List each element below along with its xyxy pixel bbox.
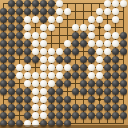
black-stone[interactable] <box>40 16 47 23</box>
black-stone[interactable] <box>72 32 79 39</box>
white-stone[interactable] <box>40 64 47 71</box>
white-stone[interactable] <box>112 16 119 23</box>
black-stone[interactable] <box>40 8 47 15</box>
black-stone[interactable] <box>72 40 79 47</box>
black-stone[interactable] <box>72 104 79 111</box>
black-stone[interactable] <box>80 104 87 111</box>
white-stone[interactable] <box>104 8 111 15</box>
black-stone[interactable] <box>40 0 47 7</box>
white-stone[interactable] <box>48 72 55 79</box>
black-stone[interactable] <box>88 56 95 63</box>
black-stone[interactable] <box>112 104 119 111</box>
black-stone[interactable] <box>88 112 95 119</box>
black-stone[interactable] <box>96 104 103 111</box>
black-stone[interactable] <box>80 80 87 87</box>
black-stone[interactable] <box>8 80 15 87</box>
black-stone[interactable] <box>104 56 111 63</box>
black-stone[interactable] <box>0 112 7 119</box>
black-stone[interactable] <box>104 80 111 87</box>
white-stone[interactable] <box>32 80 39 87</box>
white-stone[interactable] <box>16 72 23 79</box>
black-stone[interactable] <box>48 104 55 111</box>
black-stone[interactable] <box>104 64 111 71</box>
black-stone[interactable] <box>24 104 31 111</box>
black-stone[interactable] <box>64 72 71 79</box>
black-stone[interactable] <box>8 40 15 47</box>
black-stone[interactable] <box>16 48 23 55</box>
black-stone[interactable] <box>16 32 23 39</box>
star-point <box>98 98 101 101</box>
black-stone[interactable] <box>56 112 63 119</box>
black-stone[interactable] <box>24 40 31 47</box>
black-stone[interactable] <box>80 40 87 47</box>
white-stone[interactable] <box>56 72 63 79</box>
white-stone[interactable] <box>40 24 47 31</box>
white-stone[interactable] <box>72 24 79 31</box>
black-stone[interactable] <box>32 0 39 7</box>
white-stone[interactable] <box>32 112 39 119</box>
black-stone[interactable] <box>120 112 127 119</box>
black-stone[interactable] <box>0 40 7 47</box>
black-stone[interactable] <box>0 48 7 55</box>
black-stone[interactable] <box>24 48 31 55</box>
white-stone[interactable] <box>24 32 31 39</box>
black-stone[interactable] <box>64 48 71 55</box>
black-stone[interactable] <box>56 56 63 63</box>
black-stone[interactable] <box>96 80 103 87</box>
black-stone[interactable] <box>64 80 71 87</box>
black-stone[interactable] <box>24 112 31 119</box>
black-stone[interactable] <box>112 96 119 103</box>
white-stone[interactable] <box>96 8 103 15</box>
white-stone[interactable] <box>24 64 31 71</box>
white-stone[interactable] <box>56 0 63 7</box>
black-stone[interactable] <box>0 72 7 79</box>
white-stone[interactable] <box>32 104 39 111</box>
black-stone[interactable] <box>120 32 127 39</box>
white-stone[interactable] <box>40 56 47 63</box>
black-stone[interactable] <box>64 104 71 111</box>
black-stone[interactable] <box>8 56 15 63</box>
black-stone[interactable] <box>112 80 119 87</box>
white-stone[interactable] <box>40 112 47 119</box>
black-stone[interactable] <box>72 64 79 71</box>
black-stone[interactable] <box>48 112 55 119</box>
black-stone[interactable] <box>80 72 87 79</box>
black-stone[interactable] <box>56 88 63 95</box>
black-stone[interactable] <box>80 32 87 39</box>
black-stone[interactable] <box>0 24 7 31</box>
black-stone[interactable] <box>48 0 55 7</box>
white-stone[interactable] <box>40 104 47 111</box>
black-stone[interactable] <box>16 8 23 15</box>
white-stone[interactable] <box>88 24 95 31</box>
black-stone[interactable] <box>8 96 15 103</box>
white-stone[interactable] <box>64 8 71 15</box>
white-stone[interactable] <box>32 96 39 103</box>
black-stone[interactable] <box>8 32 15 39</box>
black-stone[interactable] <box>8 8 15 15</box>
white-stone[interactable] <box>112 0 119 7</box>
black-stone[interactable] <box>88 96 95 103</box>
white-stone[interactable] <box>40 48 47 55</box>
black-stone[interactable] <box>0 56 7 63</box>
black-stone[interactable] <box>56 96 63 103</box>
black-stone[interactable] <box>0 8 7 15</box>
white-stone[interactable] <box>80 24 87 31</box>
black-stone[interactable] <box>8 120 15 127</box>
white-stone[interactable] <box>88 72 95 79</box>
white-stone[interactable] <box>56 16 63 23</box>
white-stone[interactable] <box>88 32 95 39</box>
white-stone[interactable] <box>64 64 71 71</box>
black-stone[interactable] <box>104 88 111 95</box>
black-stone[interactable] <box>64 56 71 63</box>
black-stone[interactable] <box>72 48 79 55</box>
black-stone[interactable] <box>88 80 95 87</box>
white-stone[interactable] <box>40 88 47 95</box>
white-stone[interactable] <box>96 40 103 47</box>
black-stone[interactable] <box>0 120 7 127</box>
white-stone[interactable] <box>48 24 55 31</box>
go-board[interactable] <box>0 0 128 128</box>
white-stone[interactable] <box>96 48 103 55</box>
black-stone[interactable] <box>104 104 111 111</box>
black-stone[interactable] <box>24 8 31 15</box>
white-stone[interactable] <box>48 16 55 23</box>
white-stone[interactable] <box>48 64 55 71</box>
black-stone[interactable] <box>112 88 119 95</box>
black-stone[interactable] <box>96 112 103 119</box>
black-stone[interactable] <box>8 88 15 95</box>
white-stone[interactable] <box>40 40 47 47</box>
black-stone[interactable] <box>120 72 127 79</box>
black-stone[interactable] <box>112 64 119 71</box>
white-stone[interactable] <box>96 16 103 23</box>
black-stone[interactable] <box>24 0 31 7</box>
black-stone[interactable] <box>16 88 23 95</box>
white-stone[interactable] <box>104 40 111 47</box>
black-stone[interactable] <box>120 80 127 87</box>
white-stone[interactable] <box>120 0 127 7</box>
white-stone[interactable] <box>112 32 119 39</box>
black-stone[interactable] <box>48 8 55 15</box>
black-stone[interactable] <box>16 120 23 127</box>
black-stone[interactable] <box>8 112 15 119</box>
black-stone[interactable] <box>72 72 79 79</box>
white-stone[interactable] <box>64 40 71 47</box>
black-stone[interactable] <box>88 88 95 95</box>
black-stone[interactable] <box>16 16 23 23</box>
black-stone[interactable] <box>24 96 31 103</box>
black-stone[interactable] <box>112 56 119 63</box>
black-stone[interactable] <box>8 24 15 31</box>
black-stone[interactable] <box>120 104 127 111</box>
white-stone[interactable] <box>104 32 111 39</box>
black-stone[interactable] <box>64 120 71 127</box>
black-stone[interactable] <box>32 56 39 63</box>
black-stone[interactable] <box>0 16 7 23</box>
white-stone[interactable] <box>56 48 63 55</box>
black-stone[interactable] <box>88 104 95 111</box>
white-stone[interactable] <box>40 80 47 87</box>
white-stone[interactable] <box>96 56 103 63</box>
white-stone[interactable] <box>32 16 39 23</box>
black-stone[interactable] <box>56 120 63 127</box>
black-stone[interactable] <box>16 0 23 7</box>
white-stone[interactable] <box>96 64 103 71</box>
black-stone[interactable] <box>80 56 87 63</box>
white-stone[interactable] <box>32 72 39 79</box>
black-stone[interactable] <box>112 112 119 119</box>
black-stone[interactable] <box>8 48 15 55</box>
white-stone[interactable] <box>48 80 55 87</box>
white-stone[interactable] <box>104 48 111 55</box>
black-stone[interactable] <box>120 48 127 55</box>
white-stone[interactable] <box>24 120 31 127</box>
black-stone[interactable] <box>0 80 7 87</box>
black-stone[interactable] <box>112 48 119 55</box>
white-stone[interactable] <box>56 64 63 71</box>
black-stone[interactable] <box>80 88 87 95</box>
black-stone[interactable] <box>64 96 71 103</box>
white-stone[interactable] <box>40 32 47 39</box>
black-stone[interactable] <box>48 88 55 95</box>
black-stone[interactable] <box>8 64 15 71</box>
white-stone[interactable] <box>96 72 103 79</box>
black-stone[interactable] <box>8 0 15 7</box>
black-stone[interactable] <box>104 72 111 79</box>
white-stone[interactable] <box>32 32 39 39</box>
white-stone[interactable] <box>88 40 95 47</box>
white-stone[interactable] <box>32 48 39 55</box>
white-stone[interactable] <box>32 40 39 47</box>
white-stone[interactable] <box>48 56 55 63</box>
white-stone[interactable] <box>104 0 111 7</box>
white-stone[interactable] <box>32 88 39 95</box>
black-stone[interactable] <box>8 104 15 111</box>
black-stone[interactable] <box>80 112 87 119</box>
black-stone[interactable] <box>72 112 79 119</box>
white-stone[interactable] <box>88 16 95 23</box>
white-stone[interactable] <box>24 72 31 79</box>
black-stone[interactable] <box>48 96 55 103</box>
black-stone[interactable] <box>56 80 63 87</box>
white-stone[interactable] <box>104 24 111 31</box>
black-stone[interactable] <box>104 96 111 103</box>
star-point <box>98 26 101 29</box>
black-stone[interactable] <box>16 24 23 31</box>
black-stone[interactable] <box>72 88 79 95</box>
black-stone[interactable] <box>112 72 119 79</box>
black-stone[interactable] <box>24 88 31 95</box>
white-stone[interactable] <box>16 64 23 71</box>
white-stone[interactable] <box>56 8 63 15</box>
black-stone[interactable] <box>80 64 87 71</box>
black-stone[interactable] <box>0 32 7 39</box>
black-stone[interactable] <box>120 64 127 71</box>
black-stone[interactable] <box>0 88 7 95</box>
white-stone[interactable] <box>32 120 39 127</box>
black-stone[interactable] <box>88 48 95 55</box>
black-stone[interactable] <box>48 120 55 127</box>
black-stone[interactable] <box>8 72 15 79</box>
black-stone[interactable] <box>32 8 39 15</box>
black-stone[interactable] <box>0 104 7 111</box>
black-stone[interactable] <box>16 96 23 103</box>
black-stone[interactable] <box>8 16 15 23</box>
white-stone[interactable] <box>112 40 119 47</box>
black-stone[interactable] <box>120 88 127 95</box>
white-stone[interactable] <box>88 64 95 71</box>
black-stone[interactable] <box>104 112 111 119</box>
white-stone[interactable] <box>24 24 31 31</box>
black-stone[interactable] <box>96 88 103 95</box>
black-stone[interactable] <box>56 104 63 111</box>
black-stone[interactable] <box>0 64 7 71</box>
white-stone[interactable] <box>112 8 119 15</box>
black-stone[interactable] <box>16 40 23 47</box>
white-stone[interactable] <box>40 72 47 79</box>
black-stone[interactable] <box>120 40 127 47</box>
white-stone[interactable] <box>24 16 31 23</box>
black-stone[interactable] <box>64 112 71 119</box>
black-stone[interactable] <box>40 120 47 127</box>
black-stone[interactable] <box>16 104 23 111</box>
white-stone[interactable] <box>40 96 47 103</box>
black-stone[interactable] <box>24 56 31 63</box>
white-stone[interactable] <box>24 80 31 87</box>
white-stone[interactable] <box>48 48 55 55</box>
